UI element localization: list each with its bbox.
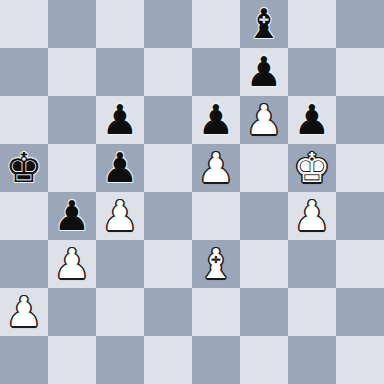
chess-board: ♝♟♟♟♟♟♚♟♟♚♟♟♟♟♝♟: [0, 0, 384, 384]
square-f6[interactable]: ♟: [240, 96, 288, 144]
piece-white-pawn-e5[interactable]: ♟: [198, 144, 235, 192]
square-h4[interactable]: [336, 192, 384, 240]
square-b6[interactable]: [48, 96, 96, 144]
square-a3[interactable]: [0, 240, 48, 288]
square-f1[interactable]: [240, 336, 288, 384]
square-f5[interactable]: [240, 144, 288, 192]
square-d1[interactable]: [144, 336, 192, 384]
square-e6[interactable]: ♟: [192, 96, 240, 144]
piece-white-bishop-e3[interactable]: ♝: [198, 240, 235, 288]
piece-white-pawn-c4[interactable]: ♟: [102, 192, 139, 240]
piece-black-pawn-e6[interactable]: ♟: [198, 96, 235, 144]
square-g6[interactable]: ♟: [288, 96, 336, 144]
square-f3[interactable]: [240, 240, 288, 288]
piece-white-pawn-a2[interactable]: ♟: [6, 288, 43, 336]
square-g2[interactable]: [288, 288, 336, 336]
square-g1[interactable]: [288, 336, 336, 384]
square-e4[interactable]: [192, 192, 240, 240]
square-a2[interactable]: ♟: [0, 288, 48, 336]
square-g4[interactable]: ♟: [288, 192, 336, 240]
piece-black-pawn-g6[interactable]: ♟: [294, 96, 331, 144]
square-b7[interactable]: [48, 48, 96, 96]
square-a5[interactable]: ♚: [0, 144, 48, 192]
square-c6[interactable]: ♟: [96, 96, 144, 144]
square-c4[interactable]: ♟: [96, 192, 144, 240]
square-b5[interactable]: [48, 144, 96, 192]
square-g8[interactable]: [288, 0, 336, 48]
square-c7[interactable]: [96, 48, 144, 96]
piece-black-pawn-b4[interactable]: ♟: [54, 192, 91, 240]
piece-white-king-g5[interactable]: ♚: [294, 144, 331, 192]
square-d6[interactable]: [144, 96, 192, 144]
piece-black-king-a5[interactable]: ♚: [6, 144, 43, 192]
square-e3[interactable]: ♝: [192, 240, 240, 288]
square-c2[interactable]: [96, 288, 144, 336]
square-f4[interactable]: [240, 192, 288, 240]
square-c5[interactable]: ♟: [96, 144, 144, 192]
square-h2[interactable]: [336, 288, 384, 336]
square-b4[interactable]: ♟: [48, 192, 96, 240]
square-b1[interactable]: [48, 336, 96, 384]
piece-white-pawn-g4[interactable]: ♟: [294, 192, 331, 240]
square-d2[interactable]: [144, 288, 192, 336]
square-d4[interactable]: [144, 192, 192, 240]
square-a8[interactable]: [0, 0, 48, 48]
square-c3[interactable]: [96, 240, 144, 288]
square-c8[interactable]: [96, 0, 144, 48]
square-b8[interactable]: [48, 0, 96, 48]
square-h3[interactable]: [336, 240, 384, 288]
square-d8[interactable]: [144, 0, 192, 48]
square-a7[interactable]: [0, 48, 48, 96]
square-a6[interactable]: [0, 96, 48, 144]
square-e7[interactable]: [192, 48, 240, 96]
square-g5[interactable]: ♚: [288, 144, 336, 192]
square-a4[interactable]: [0, 192, 48, 240]
piece-black-bishop-f8[interactable]: ♝: [246, 0, 283, 48]
square-d7[interactable]: [144, 48, 192, 96]
piece-black-pawn-f7[interactable]: ♟: [246, 48, 283, 96]
piece-white-pawn-f6[interactable]: ♟: [246, 96, 283, 144]
square-f2[interactable]: [240, 288, 288, 336]
square-e1[interactable]: [192, 336, 240, 384]
square-d3[interactable]: [144, 240, 192, 288]
square-e8[interactable]: [192, 0, 240, 48]
square-b3[interactable]: ♟: [48, 240, 96, 288]
square-g3[interactable]: [288, 240, 336, 288]
square-d5[interactable]: [144, 144, 192, 192]
piece-white-pawn-b3[interactable]: ♟: [54, 240, 91, 288]
square-g7[interactable]: [288, 48, 336, 96]
square-f8[interactable]: ♝: [240, 0, 288, 48]
square-h5[interactable]: [336, 144, 384, 192]
square-f7[interactable]: ♟: [240, 48, 288, 96]
square-a1[interactable]: [0, 336, 48, 384]
square-b2[interactable]: [48, 288, 96, 336]
piece-black-pawn-c5[interactable]: ♟: [102, 144, 139, 192]
piece-black-pawn-c6[interactable]: ♟: [102, 96, 139, 144]
square-h7[interactable]: [336, 48, 384, 96]
square-h1[interactable]: [336, 336, 384, 384]
square-h6[interactable]: [336, 96, 384, 144]
square-c1[interactable]: [96, 336, 144, 384]
square-e2[interactable]: [192, 288, 240, 336]
square-e5[interactable]: ♟: [192, 144, 240, 192]
square-h8[interactable]: [336, 0, 384, 48]
